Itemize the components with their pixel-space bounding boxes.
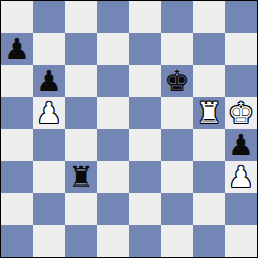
square-h8[interactable] bbox=[225, 1, 257, 33]
square-h1[interactable] bbox=[225, 225, 257, 257]
square-g5[interactable]: ♜ bbox=[193, 97, 225, 129]
square-c2[interactable] bbox=[65, 193, 97, 225]
square-f4[interactable] bbox=[161, 129, 193, 161]
board-grid: ♟♟♚♟♜♚♟♜♟ bbox=[0, 0, 258, 258]
square-b4[interactable] bbox=[33, 129, 65, 161]
white-pawn[interactable]: ♟ bbox=[228, 161, 254, 193]
square-h6[interactable] bbox=[225, 65, 257, 97]
square-f2[interactable] bbox=[161, 193, 193, 225]
square-a4[interactable] bbox=[1, 129, 33, 161]
square-a7[interactable]: ♟ bbox=[1, 33, 33, 65]
square-a1[interactable] bbox=[1, 225, 33, 257]
square-f3[interactable] bbox=[161, 161, 193, 193]
square-d1[interactable] bbox=[97, 225, 129, 257]
square-c4[interactable] bbox=[65, 129, 97, 161]
square-e1[interactable] bbox=[129, 225, 161, 257]
square-e3[interactable] bbox=[129, 161, 161, 193]
black-king[interactable]: ♚ bbox=[164, 65, 190, 97]
black-pawn[interactable]: ♟ bbox=[228, 129, 254, 161]
square-h2[interactable] bbox=[225, 193, 257, 225]
square-g4[interactable] bbox=[193, 129, 225, 161]
square-a5[interactable] bbox=[1, 97, 33, 129]
square-h5[interactable]: ♚ bbox=[225, 97, 257, 129]
square-e7[interactable] bbox=[129, 33, 161, 65]
square-d8[interactable] bbox=[97, 1, 129, 33]
square-d4[interactable] bbox=[97, 129, 129, 161]
square-f5[interactable] bbox=[161, 97, 193, 129]
white-king[interactable]: ♚ bbox=[228, 97, 254, 129]
square-b5[interactable]: ♟ bbox=[33, 97, 65, 129]
square-c7[interactable] bbox=[65, 33, 97, 65]
white-rook[interactable]: ♜ bbox=[196, 97, 222, 129]
square-a8[interactable] bbox=[1, 1, 33, 33]
square-e6[interactable] bbox=[129, 65, 161, 97]
square-f6[interactable]: ♚ bbox=[161, 65, 193, 97]
square-b1[interactable] bbox=[33, 225, 65, 257]
square-g2[interactable] bbox=[193, 193, 225, 225]
square-d6[interactable] bbox=[97, 65, 129, 97]
square-c8[interactable] bbox=[65, 1, 97, 33]
square-g8[interactable] bbox=[193, 1, 225, 33]
square-c1[interactable] bbox=[65, 225, 97, 257]
square-g6[interactable] bbox=[193, 65, 225, 97]
square-b7[interactable] bbox=[33, 33, 65, 65]
square-g1[interactable] bbox=[193, 225, 225, 257]
black-rook[interactable]: ♜ bbox=[68, 161, 94, 193]
square-d5[interactable] bbox=[97, 97, 129, 129]
square-c3[interactable]: ♜ bbox=[65, 161, 97, 193]
square-f1[interactable] bbox=[161, 225, 193, 257]
square-e4[interactable] bbox=[129, 129, 161, 161]
square-a2[interactable] bbox=[1, 193, 33, 225]
chess-board: ♟♟♚♟♜♚♟♜♟ bbox=[0, 0, 258, 258]
square-b3[interactable] bbox=[33, 161, 65, 193]
square-a3[interactable] bbox=[1, 161, 33, 193]
square-d7[interactable] bbox=[97, 33, 129, 65]
square-f8[interactable] bbox=[161, 1, 193, 33]
white-pawn[interactable]: ♟ bbox=[36, 97, 62, 129]
square-c6[interactable] bbox=[65, 65, 97, 97]
square-e8[interactable] bbox=[129, 1, 161, 33]
square-b2[interactable] bbox=[33, 193, 65, 225]
black-pawn[interactable]: ♟ bbox=[36, 65, 62, 97]
square-e5[interactable] bbox=[129, 97, 161, 129]
square-a6[interactable] bbox=[1, 65, 33, 97]
square-f7[interactable] bbox=[161, 33, 193, 65]
square-c5[interactable] bbox=[65, 97, 97, 129]
square-g3[interactable] bbox=[193, 161, 225, 193]
black-pawn[interactable]: ♟ bbox=[4, 33, 30, 65]
square-h7[interactable] bbox=[225, 33, 257, 65]
square-h3[interactable]: ♟ bbox=[225, 161, 257, 193]
square-b8[interactable] bbox=[33, 1, 65, 33]
square-e2[interactable] bbox=[129, 193, 161, 225]
square-d2[interactable] bbox=[97, 193, 129, 225]
square-b6[interactable]: ♟ bbox=[33, 65, 65, 97]
square-h4[interactable]: ♟ bbox=[225, 129, 257, 161]
square-d3[interactable] bbox=[97, 161, 129, 193]
square-g7[interactable] bbox=[193, 33, 225, 65]
